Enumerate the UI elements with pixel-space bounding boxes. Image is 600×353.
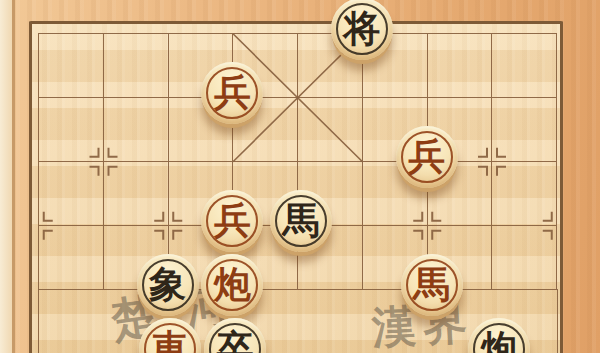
piece-glyph: 馬 [413,266,450,303]
piece-glyph: 車 [151,330,188,353]
piece-black-elephant[interactable]: 象 [137,254,199,316]
piece-red-cannon[interactable]: 炮 [201,254,263,316]
piece-black-general[interactable]: 将 [331,0,393,60]
piece-glyph: 兵 [408,138,445,175]
piece-glyph: 象 [149,266,186,303]
piece-red-chariot[interactable]: 車 [139,318,201,353]
piece-black-horse[interactable]: 馬 [270,190,332,252]
piece-glyph: 炮 [481,330,518,353]
piece-red-soldier-c[interactable]: 兵 [201,190,263,252]
piece-red-horse[interactable]: 馬 [401,254,463,316]
piece-black-soldier[interactable]: 卒 [204,318,266,353]
piece-glyph: 将 [343,10,380,47]
piece-glyph: 兵 [214,202,251,239]
pieces-layer: 将兵兵兵馬象炮馬車卒炮 [0,0,600,353]
piece-red-soldier-b[interactable]: 兵 [396,126,458,188]
piece-red-soldier-a[interactable]: 兵 [201,62,263,124]
piece-black-cannon[interactable]: 炮 [468,318,530,353]
piece-glyph: 兵 [214,74,251,111]
piece-glyph: 炮 [214,266,251,303]
xiangqi-game-screenshot: 楚河 漢界 将兵兵兵馬象炮馬車卒炮 [0,0,600,353]
piece-glyph: 馬 [283,202,320,239]
piece-glyph: 卒 [217,330,254,353]
